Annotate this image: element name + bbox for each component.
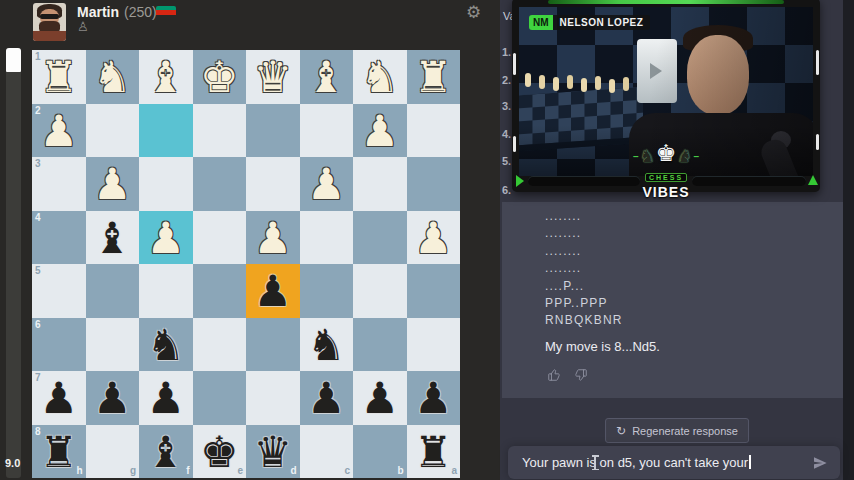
chat-input[interactable]: Your pawn is on d5, you can't take your: [508, 446, 840, 479]
square-h7[interactable]: 7♟: [32, 371, 86, 425]
file-label-a: a: [451, 466, 457, 476]
square-e7[interactable]: [193, 371, 247, 425]
file-label-c: c: [344, 466, 350, 476]
square-g5[interactable]: [86, 264, 140, 318]
thumbs-down-icon[interactable]: [574, 368, 588, 382]
square-h1[interactable]: 1♜: [32, 50, 86, 104]
streamer-name: NELSON LOPEZ: [553, 15, 651, 30]
webcam-overlay: NM NELSON LOPEZ – ♞ ♚ ♞: [512, 0, 820, 202]
rank-label-2: 2: [35, 106, 41, 116]
square-h3[interactable]: 3: [32, 157, 86, 211]
square-g6[interactable]: [86, 318, 140, 372]
assistant-message: ........ ........ ........ ........ ....…: [502, 202, 843, 398]
square-e3[interactable]: [193, 157, 247, 211]
file-label-d: d: [290, 466, 296, 476]
white-pawn-d4: ♟: [246, 211, 300, 265]
move-list-number-2: 2.: [502, 74, 511, 86]
square-f8[interactable]: f♝: [139, 425, 193, 479]
square-d6[interactable]: [246, 318, 300, 372]
ascii-board-line: ........: [502, 243, 843, 260]
square-d1[interactable]: ♛: [246, 50, 300, 104]
square-d8[interactable]: d♛: [246, 425, 300, 479]
square-h4[interactable]: 4: [32, 211, 86, 265]
rank-label-4: 4: [35, 213, 41, 223]
square-e1[interactable]: ♚: [193, 50, 247, 104]
avatar-shirt: [33, 31, 66, 41]
assistant-move-text: My move is 8...Nd5.: [545, 339, 843, 354]
logo-knight-icon: ♞: [639, 146, 654, 166]
square-g7[interactable]: ♟: [86, 371, 140, 425]
white-knight-g1: ♞: [86, 50, 140, 104]
send-message-icon[interactable]: [812, 455, 828, 471]
square-h6[interactable]: 6: [32, 318, 86, 372]
opponent-name: Martin: [77, 4, 119, 20]
square-b4[interactable]: [353, 211, 407, 265]
black-pawn-b7: ♟: [353, 371, 407, 425]
square-b2[interactable]: ♟: [353, 104, 407, 158]
rank-label-8: 8: [35, 427, 41, 437]
white-king-e1: ♚: [193, 50, 247, 104]
white-knight-b1: ♞: [353, 50, 407, 104]
chat-input-text: Your pawn is on d5, you can't take your: [522, 455, 748, 470]
square-b8[interactable]: b: [353, 425, 407, 479]
captured-pawn-icon: ♙: [77, 19, 89, 34]
black-knight-f6: ♞: [139, 318, 193, 372]
square-a2[interactable]: [407, 104, 461, 158]
square-a1[interactable]: ♜: [407, 50, 461, 104]
square-f6[interactable]: ♞: [139, 318, 193, 372]
white-bishop-c1: ♝: [300, 50, 354, 104]
move-list-number-3: 3.: [502, 100, 511, 112]
frame-dash: [513, 136, 516, 152]
square-c4[interactable]: [300, 211, 354, 265]
evaluation-bar: [6, 48, 21, 478]
black-bishop-g4: ♝: [86, 211, 140, 265]
rank-label-7: 7: [35, 373, 41, 383]
opponent-avatar[interactable]: [33, 3, 66, 41]
square-e4[interactable]: [193, 211, 247, 265]
rank-label-5: 5: [35, 266, 41, 276]
square-e2[interactable]: [193, 104, 247, 158]
square-c8[interactable]: c: [300, 425, 354, 479]
frame-dash: [816, 134, 819, 150]
square-d3[interactable]: [246, 157, 300, 211]
chess-board: 1♜♞♝♚♛♝♞♜2♟♟3♟♟4♝♟♟♟5♟6♞♞7♟♟♟♟♟♟8h♜gf♝e♚…: [32, 50, 460, 478]
square-f5[interactable]: [139, 264, 193, 318]
white-pawn-b2: ♟: [353, 104, 407, 158]
square-a4[interactable]: ♟: [407, 211, 461, 265]
square-d4[interactable]: ♟: [246, 211, 300, 265]
evaluation-score: 9.0: [5, 457, 20, 469]
square-h5[interactable]: 5: [32, 264, 86, 318]
square-a5[interactable]: [407, 264, 461, 318]
chess-vibes-logo: – ♞ ♚ ♞ – CHESS VIBES: [606, 142, 726, 200]
file-label-f: f: [186, 466, 189, 476]
white-queen-d1: ♛: [246, 50, 300, 104]
square-c7[interactable]: ♟: [300, 371, 354, 425]
square-e8[interactable]: e♚: [193, 425, 247, 479]
square-f2[interactable]: [139, 104, 193, 158]
white-pawn-g3: ♟: [86, 157, 140, 211]
black-bishop-f8: ♝: [139, 425, 193, 479]
square-c3[interactable]: ♟: [300, 157, 354, 211]
settings-gear-icon[interactable]: ⚙: [466, 2, 481, 22]
square-f3[interactable]: [139, 157, 193, 211]
black-pawn-d5: ♟: [246, 264, 300, 318]
logo-knight-icon: ♞: [677, 146, 692, 166]
logo-king-icon: ♚: [656, 140, 677, 166]
move-list-number-1: 1.: [502, 46, 511, 58]
ascii-board-line: ........: [502, 208, 843, 225]
square-a3[interactable]: [407, 157, 461, 211]
window-edge: [843, 0, 854, 480]
nm-title-badge: NM: [529, 15, 553, 30]
green-arrow-icon: [808, 175, 818, 185]
chatgpt-pane: Va 1. 2. 3. 4. 5. 6. ........ ........ .…: [500, 0, 854, 480]
black-pawn-g7: ♟: [86, 371, 140, 425]
square-d2[interactable]: [246, 104, 300, 158]
square-g8[interactable]: g: [86, 425, 140, 479]
black-knight-c6: ♞: [300, 318, 354, 372]
square-c5[interactable]: [300, 264, 354, 318]
text-caret: [749, 455, 751, 469]
move-list-number-6: 6.: [502, 184, 511, 196]
square-c6[interactable]: ♞: [300, 318, 354, 372]
square-b1[interactable]: ♞: [353, 50, 407, 104]
file-label-h: h: [76, 466, 82, 476]
black-pawn-a7: ♟: [407, 371, 461, 425]
file-label-e: e: [237, 466, 243, 476]
frame-dash: [816, 50, 819, 75]
logo-chess-text: CHESS: [645, 173, 687, 182]
mouse-ibeam-cursor: [594, 455, 596, 470]
move-list-number-4: 4.: [502, 128, 511, 140]
square-c2[interactable]: [300, 104, 354, 158]
move-list-number-5: 5.: [502, 155, 511, 167]
square-g1[interactable]: ♞: [86, 50, 140, 104]
square-a6[interactable]: [407, 318, 461, 372]
ascii-board-line: ....P...: [502, 278, 843, 295]
square-g2[interactable]: [86, 104, 140, 158]
rank-label-6: 6: [35, 320, 41, 330]
file-label-b: b: [397, 466, 403, 476]
regenerate-response-button[interactable]: ↻ Regenerate response: [605, 418, 749, 443]
black-pawn-c7: ♟: [300, 371, 354, 425]
square-h8[interactable]: 8h♜: [32, 425, 86, 479]
square-d7[interactable]: [246, 371, 300, 425]
square-g3[interactable]: ♟: [86, 157, 140, 211]
square-d5[interactable]: ♟: [246, 264, 300, 318]
ascii-board-line: ........: [502, 260, 843, 277]
bulgaria-flag-icon: [156, 6, 176, 19]
screen: 9.0 Martin (250) ♙ ⚙ 1♜♞♝♚♛♝♞♜2♟♟3♟♟4♝♟♟…: [0, 0, 854, 480]
white-pawn-a4: ♟: [407, 211, 461, 265]
evaluation-bar-white-portion: [6, 48, 21, 72]
frame-dash: [513, 53, 516, 75]
square-e6[interactable]: [193, 318, 247, 372]
ascii-board-line: RNBQKBNR: [502, 312, 843, 329]
thumbs-up-icon[interactable]: [547, 368, 561, 382]
square-a8[interactable]: a♜: [407, 425, 461, 479]
white-pawn-c3: ♟: [300, 157, 354, 211]
white-rook-a1: ♜: [407, 50, 461, 104]
ascii-board-line: ........: [502, 225, 843, 242]
regenerate-label: Regenerate response: [632, 425, 738, 437]
square-f7[interactable]: ♟: [139, 371, 193, 425]
square-h2[interactable]: 2♟: [32, 104, 86, 158]
logo-vibes-text: VIBES: [606, 184, 726, 200]
square-f1[interactable]: ♝: [139, 50, 193, 104]
avatar-sunglasses: [40, 14, 59, 19]
chess-app-pane: 9.0 Martin (250) ♙ ⚙ 1♜♞♝♚♛♝♞♜2♟♟3♟♟4♝♟♟…: [0, 0, 500, 480]
regenerate-icon: ↻: [616, 425, 626, 437]
rank-label-3: 3: [35, 159, 41, 169]
streamer-nameplate: NM NELSON LOPEZ: [529, 15, 650, 30]
square-g4[interactable]: ♝: [86, 211, 140, 265]
square-b6[interactable]: [353, 318, 407, 372]
square-c1[interactable]: ♝: [300, 50, 354, 104]
opponent-player-bar[interactable]: Martin (250) ♙: [0, 0, 500, 48]
square-f4[interactable]: ♟: [139, 211, 193, 265]
square-b7[interactable]: ♟: [353, 371, 407, 425]
white-bishop-f1: ♝: [139, 50, 193, 104]
ascii-board-line: PPP..PPP: [502, 295, 843, 312]
white-pawn-f4: ♟: [139, 211, 193, 265]
square-a7[interactable]: ♟: [407, 371, 461, 425]
rank-label-1: 1: [35, 52, 41, 62]
square-b5[interactable]: [353, 264, 407, 318]
black-pawn-f7: ♟: [139, 371, 193, 425]
opponent-rating: (250): [124, 4, 157, 20]
square-e5[interactable]: [193, 264, 247, 318]
green-arrow-icon: [516, 175, 524, 187]
file-label-g: g: [130, 466, 136, 476]
square-b3[interactable]: [353, 157, 407, 211]
frame-green-bar: [548, 0, 784, 4]
